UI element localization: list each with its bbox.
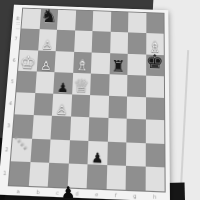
square-g7[interactable] [128,33,146,54]
square-e6[interactable] [91,52,110,74]
square-f3[interactable] [107,118,126,142]
piece-white-bishop[interactable]: ♗ [75,57,90,73]
file-label-h: h [153,193,156,200]
rank-label-4: 4 [9,100,13,106]
square-d5[interactable]: ♕ [72,73,91,95]
square-f1[interactable] [106,165,126,190]
square-a5[interactable] [16,71,36,93]
square-h3[interactable] [145,120,164,144]
piece-white-pawn[interactable]: ♙ [41,38,53,51]
square-b1[interactable] [28,162,49,187]
square-g2[interactable] [126,142,145,166]
square-c4[interactable]: ♙ [52,94,72,117]
off-board-captured-piece[interactable]: ♟ [61,185,75,200]
square-b4[interactable] [33,93,53,116]
square-d3[interactable] [69,117,89,141]
rank-label-7: 7 [14,36,18,42]
rank-label-3: 3 [7,123,11,129]
square-a8[interactable] [21,9,40,30]
square-h1[interactable] [145,166,165,191]
square-f7[interactable] [110,32,128,53]
square-g3[interactable] [126,119,145,143]
piece-black-knight[interactable]: ♞ [40,7,58,26]
square-a6[interactable]: ♔ [18,49,38,71]
square-e2[interactable]: ♟ [88,140,108,164]
file-label-c: c [56,189,59,196]
square-g1[interactable] [126,166,146,191]
chess-board: |||| | 87654321 abcdefgh ♞♙♗♔♙♗♜♚♟♕♙♛♛♛♛… [0,5,170,200]
rank-label-2: 2 [5,146,9,152]
square-d8[interactable] [75,10,94,31]
square-c2[interactable] [49,139,69,163]
square-b5[interactable] [35,71,55,93]
square-c5[interactable]: ♟ [53,72,72,94]
square-b6[interactable]: ♙ [36,50,55,72]
square-c8[interactable] [57,10,76,31]
square-h6[interactable]: ♚ [146,54,164,76]
square-h5[interactable] [146,75,165,98]
file-label-g: g [133,192,136,199]
file-label-f: f [115,192,117,199]
square-a7[interactable] [20,29,39,50]
photo-scene: |||| | 87654321 abcdefgh ♞♙♗♔♙♗♜♚♟♕♙♛♛♛♛… [0,0,200,200]
file-label-a: a [16,188,20,195]
square-d4[interactable] [71,94,91,117]
square-e7[interactable] [92,31,111,52]
square-e5[interactable] [90,73,109,96]
square-f4[interactable] [108,96,127,119]
piece-white-queen[interactable]: ♕ [73,77,90,95]
square-h8[interactable] [146,13,164,34]
piece-black-king[interactable]: ♚ [146,51,164,71]
rank-label-1: 1 [3,169,7,176]
square-h2[interactable] [145,143,164,167]
square-f2[interactable] [107,141,127,165]
square-f6[interactable]: ♜ [109,53,128,75]
rank-label-5: 5 [10,78,14,84]
square-b7[interactable]: ♙ [38,29,57,50]
square-c7[interactable] [56,30,75,51]
square-g8[interactable] [128,12,146,33]
square-g6[interactable] [127,53,145,75]
square-a4[interactable] [15,92,35,115]
square-d6[interactable]: ♗ [73,51,92,73]
board-grid: ♞♙♗♔♙♗♜♚♟♕♙♛♛♛♛♟ [9,9,165,192]
piece-white-king[interactable]: ♔ [19,53,36,71]
square-b3[interactable] [32,115,52,139]
square-d2[interactable] [68,140,88,164]
file-label-d: d [75,190,79,197]
square-b8[interactable]: ♞ [39,9,58,30]
piece-white-pawn[interactable]: ♙ [40,59,52,72]
square-c6[interactable] [54,51,73,73]
rank-label-6: 6 [12,57,16,63]
square-h4[interactable] [145,97,164,120]
file-label-b: b [36,188,40,195]
piece-black-pawn[interactable]: ♟ [91,150,103,164]
square-b2[interactable] [30,138,51,162]
square-e4[interactable] [89,95,108,118]
square-f8[interactable] [110,12,128,33]
piece-black-rook[interactable]: ♜ [111,59,125,75]
square-f5[interactable] [109,74,128,97]
file-label-e: e [95,191,98,198]
piece-black-pawn[interactable]: ♟ [57,81,69,94]
square-a2[interactable]: ♛♛♛♛ [11,137,32,161]
square-a1[interactable] [9,161,30,186]
square-g5[interactable] [127,75,146,98]
square-d7[interactable] [74,31,93,52]
square-e3[interactable] [88,117,108,141]
piece-white-pawn[interactable]: ♙ [55,103,67,117]
square-e8[interactable] [92,11,110,32]
square-g4[interactable] [127,97,146,120]
square-c3[interactable] [51,116,71,140]
rank-label-8: 8 [16,16,19,22]
square-e1[interactable] [87,164,107,189]
